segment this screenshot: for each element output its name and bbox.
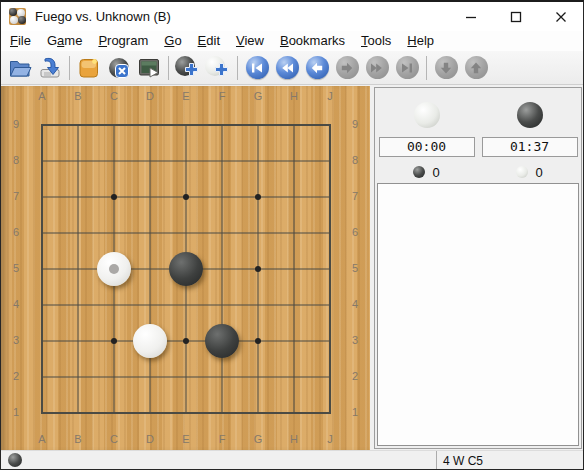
coord-col-C-top: C <box>96 90 132 102</box>
nav-backward-icon <box>306 56 329 79</box>
title-bar: Fuego vs. Unknown (B) <box>1 2 583 31</box>
white-stone-plus-icon <box>208 59 228 76</box>
coord-col-F-bottom: F <box>204 433 240 445</box>
coord-row-7-right: 7 <box>346 190 364 202</box>
window-title: Fuego vs. Unknown (B) <box>35 9 171 24</box>
nav-beginning-icon <box>246 56 269 79</box>
white-clock: 00:00 <box>379 137 475 157</box>
to-move-stone-icon <box>8 453 22 467</box>
variation-down-button <box>432 54 460 82</box>
menu-program[interactable]: Program <box>90 32 156 51</box>
menu-bar: FileGameProgramGoEditViewBookmarksToolsH… <box>1 31 583 51</box>
coord-row-2-right: 2 <box>346 370 364 382</box>
nav-down-icon <box>435 56 458 79</box>
move-info: 4 W C5 <box>436 451 483 470</box>
comment-area[interactable] <box>377 183 579 446</box>
coord-col-J-bottom: J <box>312 433 348 445</box>
coord-row-3-left: 3 <box>7 334 25 346</box>
open-folder-icon <box>8 56 32 80</box>
coord-row-8-left: 8 <box>7 154 25 166</box>
setup-white-button[interactable] <box>204 54 232 82</box>
coord-row-1-left: 1 <box>7 406 25 418</box>
minimize-button[interactable] <box>448 2 493 31</box>
coord-col-B-top: B <box>60 90 96 102</box>
coord-col-A-top: A <box>24 90 60 102</box>
app-icon <box>9 8 26 25</box>
go-board[interactable]: AABBCCDDEEFFGGHHJJ998877665544332211 <box>1 86 370 450</box>
backward-button[interactable] <box>303 54 331 82</box>
setup-black-button[interactable] <box>174 54 202 82</box>
black-captures: 0 <box>516 165 542 180</box>
menu-view[interactable]: View <box>228 32 272 51</box>
stone-white-C5[interactable] <box>97 252 131 286</box>
coord-row-6-left: 6 <box>7 226 25 238</box>
white-player-stone-icon <box>414 102 440 128</box>
app-window: Fuego vs. Unknown (B) FileGameProgramGoE… <box>0 0 584 470</box>
toolbar-separator <box>237 56 238 80</box>
coord-col-G-bottom: G <box>240 433 276 445</box>
coord-row-7-left: 7 <box>7 190 25 202</box>
backward-10-button[interactable] <box>273 54 301 82</box>
last-move-marker <box>109 264 119 274</box>
stone-x-icon <box>109 58 129 78</box>
maximize-button[interactable] <box>493 2 538 31</box>
stone-black-E5[interactable] <box>169 252 203 286</box>
nav-backward10-icon <box>276 56 299 79</box>
menu-game[interactable]: Game <box>39 32 90 51</box>
coord-row-2-left: 2 <box>7 370 25 382</box>
coord-col-D-top: D <box>132 90 168 102</box>
new-game-button[interactable] <box>75 54 103 82</box>
coord-row-1-right: 1 <box>346 406 364 418</box>
coord-col-E-top: E <box>168 90 204 102</box>
toolbar <box>1 51 583 85</box>
forward-10-button <box>363 54 391 82</box>
captured-white-stone-icon <box>516 166 528 178</box>
play-button[interactable] <box>135 54 163 82</box>
coord-col-H-top: H <box>276 90 312 102</box>
window-controls <box>448 2 583 31</box>
save-button[interactable] <box>36 54 64 82</box>
play-screen-icon <box>137 56 161 80</box>
stone-black-F3[interactable] <box>205 324 239 358</box>
black-player-stone-icon <box>517 102 543 128</box>
menu-help[interactable]: Help <box>399 32 442 51</box>
menu-go[interactable]: Go <box>156 32 189 51</box>
clock-capture-section: 00:00 01:37 0 0 <box>375 88 581 183</box>
coord-row-9-left: 9 <box>7 118 25 130</box>
new-game-icon <box>77 56 101 80</box>
save-icon <box>38 56 62 80</box>
nav-forward10-icon <box>366 56 389 79</box>
computer-color-button[interactable] <box>105 54 133 82</box>
nav-forward-icon <box>336 56 359 79</box>
open-button[interactable] <box>6 54 34 82</box>
menu-tools[interactable]: Tools <box>353 32 399 51</box>
coord-col-J-top: J <box>312 90 348 102</box>
forward-button <box>333 54 361 82</box>
black-clock: 01:37 <box>482 137 578 157</box>
coord-col-E-bottom: E <box>168 433 204 445</box>
variation-up-button <box>462 54 490 82</box>
content-area: AABBCCDDEEFFGGHHJJ998877665544332211 00:… <box>1 86 583 450</box>
coord-col-B-bottom: B <box>60 433 96 445</box>
toolbar-separator <box>426 56 427 80</box>
coord-col-D-bottom: D <box>132 433 168 445</box>
end-button <box>393 54 421 82</box>
toolbar-separator <box>69 56 70 80</box>
menu-file[interactable]: File <box>2 32 39 51</box>
status-bar: 4 W C5 <box>1 450 583 469</box>
coord-row-8-right: 8 <box>346 154 364 166</box>
coord-row-5-right: 5 <box>346 262 364 274</box>
coord-row-4-left: 4 <box>7 298 25 310</box>
coord-row-5-left: 5 <box>7 262 25 274</box>
coord-col-F-top: F <box>204 90 240 102</box>
nav-end-icon <box>396 56 419 79</box>
coord-row-4-right: 4 <box>346 298 364 310</box>
coord-row-6-right: 6 <box>346 226 364 238</box>
beginning-button[interactable] <box>243 54 271 82</box>
white-captures: 0 <box>413 165 439 180</box>
black-stone-plus-icon <box>178 59 198 76</box>
coord-row-9-right: 9 <box>346 118 364 130</box>
stone-white-D3[interactable] <box>133 324 167 358</box>
coord-col-H-bottom: H <box>276 433 312 445</box>
coord-col-A-bottom: A <box>24 433 60 445</box>
captured-black-stone-icon <box>413 166 425 178</box>
coord-row-3-right: 3 <box>346 334 364 346</box>
toolbar-separator <box>168 56 169 80</box>
coord-col-G-top: G <box>240 90 276 102</box>
game-info-panel: 00:00 01:37 0 0 <box>374 87 582 449</box>
close-button[interactable] <box>538 2 583 31</box>
menu-bookmarks[interactable]: Bookmarks <box>272 32 353 51</box>
coord-col-C-bottom: C <box>96 433 132 445</box>
nav-up-icon <box>465 56 488 79</box>
menu-edit[interactable]: Edit <box>190 32 228 51</box>
